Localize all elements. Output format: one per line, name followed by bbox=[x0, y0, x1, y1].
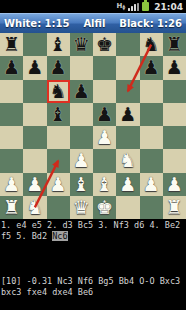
piece-white-pawn: ♟ bbox=[26, 175, 43, 194]
square-e1[interactable]: ♚ bbox=[93, 196, 116, 219]
black-clock: Black: 1:26 bbox=[119, 18, 182, 29]
square-a4[interactable] bbox=[0, 126, 23, 149]
square-e2[interactable]: ♝ bbox=[93, 173, 116, 196]
piece-black-knight: ♞ bbox=[50, 82, 67, 101]
square-b8[interactable] bbox=[23, 33, 46, 56]
piece-white-bishop: ♝ bbox=[73, 175, 90, 194]
square-e7[interactable] bbox=[93, 56, 116, 79]
piece-black-pawn: ♟ bbox=[26, 58, 43, 77]
square-g7[interactable]: ♟ bbox=[140, 56, 163, 79]
square-d4[interactable] bbox=[70, 126, 93, 149]
square-f2[interactable]: ♟ bbox=[116, 173, 139, 196]
square-h4[interactable] bbox=[163, 126, 186, 149]
square-d8[interactable]: ♛ bbox=[70, 33, 93, 56]
square-b4[interactable] bbox=[23, 126, 46, 149]
square-b7[interactable]: ♟ bbox=[23, 56, 46, 79]
square-g6[interactable] bbox=[140, 80, 163, 103]
square-f8[interactable] bbox=[116, 33, 139, 56]
square-g3[interactable] bbox=[140, 149, 163, 172]
square-b1[interactable]: ♞ bbox=[23, 196, 46, 219]
app-title: Alfil bbox=[83, 18, 105, 29]
piece-white-knight: ♞ bbox=[26, 198, 43, 217]
piece-white-pawn: ♟ bbox=[73, 151, 90, 170]
square-h7[interactable]: ♟ bbox=[163, 56, 186, 79]
square-b2[interactable]: ♟ bbox=[23, 173, 46, 196]
board-area: ♜♝♛♚♞♜♟♟♟♟♟♞♟♝♟♟♟♟♞♟♟♟♝♝♟♟♟♜♞♛♚♜ bbox=[0, 33, 186, 219]
square-f7[interactable] bbox=[116, 56, 139, 79]
piece-white-pawn: ♟ bbox=[143, 175, 160, 194]
chess-board[interactable]: ♜♝♛♚♞♜♟♟♟♟♟♞♟♝♟♟♟♟♞♟♟♟♝♝♟♟♟♜♞♛♚♜ bbox=[0, 33, 186, 219]
square-a8[interactable]: ♜ bbox=[0, 33, 23, 56]
square-g5[interactable] bbox=[140, 103, 163, 126]
current-move: Nc6 bbox=[52, 231, 67, 241]
piece-black-pawn: ♟ bbox=[3, 58, 20, 77]
square-b5[interactable] bbox=[23, 103, 46, 126]
square-g1[interactable] bbox=[140, 196, 163, 219]
piece-black-pawn: ♟ bbox=[166, 58, 183, 77]
piece-black-pawn: ♟ bbox=[50, 58, 67, 77]
square-f5[interactable]: ♟ bbox=[116, 103, 139, 126]
piece-white-bishop: ♝ bbox=[96, 175, 113, 194]
square-e6[interactable] bbox=[93, 80, 116, 103]
square-e3[interactable] bbox=[93, 149, 116, 172]
square-e4[interactable]: ♟ bbox=[93, 126, 116, 149]
square-c2[interactable]: ♟ bbox=[47, 173, 70, 196]
square-h6[interactable] bbox=[163, 80, 186, 103]
piece-white-pawn: ♟ bbox=[96, 128, 113, 147]
square-c1[interactable] bbox=[47, 196, 70, 219]
square-a5[interactable] bbox=[0, 103, 23, 126]
piece-black-rook: ♜ bbox=[3, 35, 20, 54]
square-a6[interactable] bbox=[0, 80, 23, 103]
piece-black-bishop: ♝ bbox=[50, 35, 67, 54]
piece-white-pawn: ♟ bbox=[166, 175, 183, 194]
square-a1[interactable]: ♜ bbox=[0, 196, 23, 219]
square-e5[interactable]: ♟ bbox=[93, 103, 116, 126]
piece-white-queen: ♛ bbox=[73, 198, 90, 217]
square-f3[interactable]: ♞ bbox=[116, 149, 139, 172]
piece-black-rook: ♜ bbox=[166, 35, 183, 54]
status-time: 21:04 bbox=[154, 2, 183, 12]
hspa-icon: H ▲▼ bbox=[116, 3, 125, 10]
square-h1[interactable]: ♜ bbox=[163, 196, 186, 219]
move-list[interactable]: 1. e4 e5 2. d3 Bc5 3. Nf3 d6 4. Be2 f5 5… bbox=[0, 219, 186, 242]
square-d1[interactable]: ♛ bbox=[70, 196, 93, 219]
square-d7[interactable] bbox=[70, 56, 93, 79]
square-c4[interactable] bbox=[47, 126, 70, 149]
square-a7[interactable]: ♟ bbox=[0, 56, 23, 79]
signal-strength-icon bbox=[128, 3, 139, 11]
piece-black-bishop: ♝ bbox=[50, 105, 67, 124]
battery-icon bbox=[142, 2, 149, 11]
piece-white-pawn: ♟ bbox=[119, 175, 136, 194]
square-d6[interactable]: ♟ bbox=[70, 80, 93, 103]
square-c5[interactable]: ♝ bbox=[47, 103, 70, 126]
square-g4[interactable] bbox=[140, 126, 163, 149]
piece-black-pawn: ♟ bbox=[96, 105, 113, 124]
piece-black-pawn: ♟ bbox=[73, 82, 90, 101]
piece-black-pawn: ♟ bbox=[119, 105, 136, 124]
piece-white-king: ♚ bbox=[96, 198, 113, 217]
square-c3[interactable] bbox=[47, 149, 70, 172]
moves-played: 1. e4 e5 2. d3 Bc5 3. Nf3 d6 4. Be2 f5 5… bbox=[1, 220, 180, 241]
square-g2[interactable]: ♟ bbox=[140, 173, 163, 196]
piece-black-pawn: ♟ bbox=[143, 58, 160, 77]
piece-white-rook: ♜ bbox=[3, 198, 20, 217]
piece-white-pawn: ♟ bbox=[50, 175, 67, 194]
square-d2[interactable]: ♝ bbox=[70, 173, 93, 196]
square-f4[interactable] bbox=[116, 126, 139, 149]
square-c6[interactable]: ♞ bbox=[47, 80, 70, 103]
square-f6[interactable] bbox=[116, 80, 139, 103]
piece-black-knight: ♞ bbox=[143, 35, 160, 54]
app-header: White: 1:15 Alfil Black: 1:26 bbox=[0, 13, 186, 33]
square-b6[interactable] bbox=[23, 80, 46, 103]
square-g8[interactable]: ♞ bbox=[140, 33, 163, 56]
square-c8[interactable]: ♝ bbox=[47, 33, 70, 56]
piece-white-knight: ♞ bbox=[119, 151, 136, 170]
square-h2[interactable]: ♟ bbox=[163, 173, 186, 196]
piece-white-rook: ♜ bbox=[166, 198, 183, 217]
square-f1[interactable] bbox=[116, 196, 139, 219]
chess-app-screen: H ▲▼ 21:04 White: 1:15 Alfil Black: 1:26… bbox=[0, 0, 186, 310]
square-d3[interactable]: ♟ bbox=[70, 149, 93, 172]
square-a2[interactable]: ♟ bbox=[0, 173, 23, 196]
engine-analysis-line: [10] -0.31 Nc3 Nf6 Bg5 Bb4 O-O Bxc3 bxc3… bbox=[0, 275, 186, 298]
status-bar: H ▲▼ 21:04 bbox=[0, 0, 186, 13]
white-clock: White: 1:15 bbox=[4, 18, 70, 29]
square-c7[interactable]: ♟ bbox=[47, 56, 70, 79]
piece-black-king: ♚ bbox=[96, 35, 113, 54]
square-d5[interactable] bbox=[70, 103, 93, 126]
square-a3[interactable] bbox=[0, 149, 23, 172]
square-h3[interactable] bbox=[163, 149, 186, 172]
piece-black-queen: ♛ bbox=[73, 35, 90, 54]
piece-white-pawn: ♟ bbox=[3, 175, 20, 194]
square-h5[interactable] bbox=[163, 103, 186, 126]
square-e8[interactable]: ♚ bbox=[93, 33, 116, 56]
square-b3[interactable] bbox=[23, 149, 46, 172]
square-h8[interactable]: ♜ bbox=[163, 33, 186, 56]
